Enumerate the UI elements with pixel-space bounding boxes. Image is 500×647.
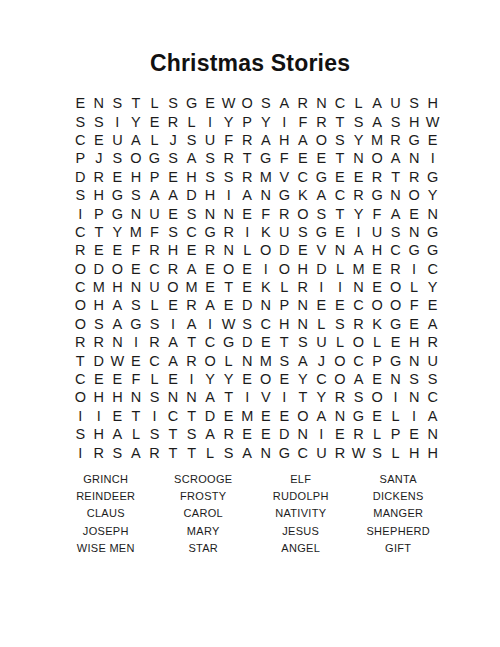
grid-cell-r8c20[interactable]: G (423, 223, 442, 241)
grid-cell-r10c12[interactable]: O (275, 260, 294, 278)
grid-cell-r7c20[interactable]: N (423, 204, 442, 222)
grid-cell-r16c15[interactable]: O (331, 370, 350, 388)
grid-cell-r17c3[interactable]: H (108, 388, 127, 406)
grid-cell-r3c19[interactable]: G (405, 131, 424, 149)
grid-cell-r12c11[interactable]: N (256, 296, 275, 314)
grid-cell-r15c1[interactable]: T (71, 351, 90, 369)
grid-cell-r2c7[interactable]: L (182, 112, 201, 130)
grid-cell-r19c1[interactable]: S (71, 425, 90, 443)
grid-cell-r3c10[interactable]: R (238, 131, 257, 149)
grid-cell-r4c8[interactable]: S (201, 149, 220, 167)
grid-cell-r4c15[interactable]: T (331, 149, 350, 167)
grid-cell-r5c16[interactable]: E (349, 168, 368, 186)
grid-cell-r7c4[interactable]: N (127, 204, 146, 222)
grid-cell-r13c7[interactable]: A (182, 315, 201, 333)
grid-cell-r17c11[interactable]: V (256, 388, 275, 406)
grid-cell-r8c19[interactable]: N (405, 223, 424, 241)
grid-cell-r19c20[interactable]: N (423, 425, 442, 443)
grid-cell-r1c13[interactable]: R (294, 94, 313, 112)
grid-cell-r4c14[interactable]: E (312, 149, 331, 167)
grid-cell-r12c3[interactable]: A (108, 296, 127, 314)
grid-cell-r19c3[interactable]: A (108, 425, 127, 443)
grid-cell-r19c13[interactable]: N (294, 425, 313, 443)
grid-cell-r16c10[interactable]: E (238, 370, 257, 388)
grid-cell-r17c1[interactable]: O (71, 388, 90, 406)
grid-cell-r4c7[interactable]: A (182, 149, 201, 167)
grid-cell-r20c10[interactable]: A (238, 443, 257, 461)
grid-cell-r18c11[interactable]: E (256, 407, 275, 425)
grid-cell-r5c20[interactable]: G (423, 168, 442, 186)
grid-cell-r14c20[interactable]: R (423, 333, 442, 351)
grid-cell-r7c14[interactable]: S (312, 204, 331, 222)
grid-cell-r13c8[interactable]: I (201, 315, 220, 333)
grid-cell-r18c12[interactable]: E (275, 407, 294, 425)
grid-cell-r14c17[interactable]: L (368, 333, 387, 351)
grid-cell-r4c13[interactable]: E (294, 149, 313, 167)
grid-cell-r12c2[interactable]: H (90, 296, 109, 314)
grid-cell-r2c6[interactable]: R (164, 112, 183, 130)
grid-cell-r12c5[interactable]: L (145, 296, 164, 314)
grid-cell-r11c2[interactable]: M (90, 278, 109, 296)
grid-cell-r3c18[interactable]: R (386, 131, 405, 149)
grid-cell-r1c15[interactable]: C (331, 94, 350, 112)
grid-cell-r19c9[interactable]: R (219, 425, 238, 443)
grid-cell-r2c17[interactable]: A (368, 112, 387, 130)
grid-cell-r13c4[interactable]: G (127, 315, 146, 333)
grid-cell-r3c1[interactable]: C (71, 131, 90, 149)
grid-cell-r15c15[interactable]: O (331, 351, 350, 369)
grid-cell-r15c6[interactable]: A (164, 351, 183, 369)
grid-cell-r9c18[interactable]: C (386, 241, 405, 259)
grid-cell-r4c20[interactable]: I (423, 149, 442, 167)
grid-cell-r16c19[interactable]: S (405, 370, 424, 388)
grid-cell-r19c4[interactable]: L (127, 425, 146, 443)
grid-cell-r16c4[interactable]: F (127, 370, 146, 388)
grid-cell-r13c10[interactable]: S (238, 315, 257, 333)
grid-cell-r15c10[interactable]: N (238, 351, 257, 369)
grid-cell-r7c6[interactable]: E (164, 204, 183, 222)
grid-cell-r10c6[interactable]: R (164, 260, 183, 278)
grid-cell-r19c5[interactable]: S (145, 425, 164, 443)
grid-cell-r3c13[interactable]: A (294, 131, 313, 149)
grid-cell-r11c11[interactable]: K (256, 278, 275, 296)
grid-cell-r18c16[interactable]: G (349, 407, 368, 425)
grid-cell-r20c16[interactable]: W (349, 443, 368, 461)
grid-cell-r16c14[interactable]: C (312, 370, 331, 388)
grid-cell-r5c17[interactable]: R (368, 168, 387, 186)
grid-cell-r2c20[interactable]: W (423, 112, 442, 130)
grid-cell-r6c14[interactable]: A (312, 186, 331, 204)
grid-cell-r9c17[interactable]: H (368, 241, 387, 259)
grid-cell-r11c15[interactable]: I (331, 278, 350, 296)
grid-cell-r3c5[interactable]: L (145, 131, 164, 149)
grid-cell-r10c10[interactable]: E (238, 260, 257, 278)
grid-cell-r11c6[interactable]: O (164, 278, 183, 296)
grid-cell-r1c2[interactable]: N (90, 94, 109, 112)
grid-cell-r11c19[interactable]: L (405, 278, 424, 296)
grid-cell-r13c14[interactable]: L (312, 315, 331, 333)
grid-cell-r18c13[interactable]: O (294, 407, 313, 425)
grid-cell-r13c20[interactable]: A (423, 315, 442, 333)
grid-cell-r17c6[interactable]: N (164, 388, 183, 406)
grid-cell-r15c19[interactable]: N (405, 351, 424, 369)
grid-cell-r14c12[interactable]: T (275, 333, 294, 351)
grid-cell-r1c9[interactable]: W (219, 94, 238, 112)
grid-cell-r5c3[interactable]: E (108, 168, 127, 186)
grid-cell-r6c11[interactable]: N (256, 186, 275, 204)
grid-cell-r8c14[interactable]: G (312, 223, 331, 241)
grid-cell-r19c2[interactable]: H (90, 425, 109, 443)
grid-cell-r14c15[interactable]: L (331, 333, 350, 351)
grid-cell-r15c12[interactable]: S (275, 351, 294, 369)
grid-cell-r12c8[interactable]: A (201, 296, 220, 314)
grid-cell-r2c11[interactable]: Y (256, 112, 275, 130)
grid-cell-r7c18[interactable]: A (386, 204, 405, 222)
grid-cell-r16c18[interactable]: N (386, 370, 405, 388)
grid-cell-r17c9[interactable]: T (219, 388, 238, 406)
grid-cell-r4c19[interactable]: N (405, 149, 424, 167)
grid-cell-r3c2[interactable]: E (90, 131, 109, 149)
grid-cell-r12c18[interactable]: O (386, 296, 405, 314)
grid-cell-r12c15[interactable]: E (331, 296, 350, 314)
grid-cell-r9c10[interactable]: L (238, 241, 257, 259)
grid-cell-r2c4[interactable]: Y (127, 112, 146, 130)
grid-cell-r18c5[interactable]: I (145, 407, 164, 425)
grid-cell-r6c2[interactable]: H (90, 186, 109, 204)
grid-cell-r9c20[interactable]: G (423, 241, 442, 259)
grid-cell-r20c4[interactable]: A (127, 443, 146, 461)
grid-cell-r11c13[interactable]: R (294, 278, 313, 296)
grid-cell-r20c17[interactable]: S (368, 443, 387, 461)
grid-cell-r7c16[interactable]: Y (349, 204, 368, 222)
grid-cell-r8c6[interactable]: S (164, 223, 183, 241)
grid-cell-r15c17[interactable]: P (368, 351, 387, 369)
grid-cell-r8c7[interactable]: C (182, 223, 201, 241)
grid-cell-r20c13[interactable]: C (294, 443, 313, 461)
grid-cell-r8c1[interactable]: C (71, 223, 90, 241)
grid-cell-r4c5[interactable]: G (145, 149, 164, 167)
grid-cell-r10c9[interactable]: O (219, 260, 238, 278)
grid-cell-r14c16[interactable]: O (349, 333, 368, 351)
grid-cell-r8c11[interactable]: K (256, 223, 275, 241)
grid-cell-r12c10[interactable]: D (238, 296, 257, 314)
grid-cell-r6c15[interactable]: C (331, 186, 350, 204)
grid-cell-r6c9[interactable]: I (219, 186, 238, 204)
grid-cell-r14c4[interactable]: I (127, 333, 146, 351)
grid-cell-r16c1[interactable]: C (71, 370, 90, 388)
grid-cell-r5c1[interactable]: D (71, 168, 90, 186)
grid-cell-r18c9[interactable]: E (219, 407, 238, 425)
grid-cell-r1c16[interactable]: L (349, 94, 368, 112)
grid-cell-r20c7[interactable]: T (182, 443, 201, 461)
grid-cell-r5c13[interactable]: C (294, 168, 313, 186)
grid-cell-r15c18[interactable]: G (386, 351, 405, 369)
grid-cell-r12c9[interactable]: E (219, 296, 238, 314)
grid-cell-r11c17[interactable]: E (368, 278, 387, 296)
grid-cell-r14c11[interactable]: E (256, 333, 275, 351)
grid-cell-r13c9[interactable]: W (219, 315, 238, 333)
grid-cell-r2c1[interactable]: S (71, 112, 90, 130)
grid-cell-r10c5[interactable]: C (145, 260, 164, 278)
grid-cell-r10c3[interactable]: O (108, 260, 127, 278)
grid-cell-r17c20[interactable]: C (423, 388, 442, 406)
grid-cell-r2c5[interactable]: E (145, 112, 164, 130)
grid-cell-r14c18[interactable]: E (386, 333, 405, 351)
grid-cell-r12c13[interactable]: N (294, 296, 313, 314)
grid-cell-r14c2[interactable]: R (90, 333, 109, 351)
grid-cell-r6c18[interactable]: N (386, 186, 405, 204)
grid-cell-r6c20[interactable]: Y (423, 186, 442, 204)
grid-cell-r9c9[interactable]: N (219, 241, 238, 259)
grid-cell-r15c20[interactable]: U (423, 351, 442, 369)
grid-cell-r10c1[interactable]: O (71, 260, 90, 278)
grid-cell-r18c1[interactable]: I (71, 407, 90, 425)
grid-cell-r5c14[interactable]: G (312, 168, 331, 186)
grid-cell-r12c4[interactable]: S (127, 296, 146, 314)
grid-cell-r13c1[interactable]: O (71, 315, 90, 333)
grid-cell-r2c16[interactable]: S (349, 112, 368, 130)
grid-cell-r18c3[interactable]: E (108, 407, 127, 425)
grid-cell-r15c16[interactable]: C (349, 351, 368, 369)
grid-cell-r7c9[interactable]: N (219, 204, 238, 222)
grid-cell-r1c14[interactable]: N (312, 94, 331, 112)
grid-cell-r15c7[interactable]: R (182, 351, 201, 369)
grid-cell-r8c2[interactable]: T (90, 223, 109, 241)
grid-cell-r6c13[interactable]: K (294, 186, 313, 204)
grid-cell-r7c19[interactable]: E (405, 204, 424, 222)
grid-cell-r20c1[interactable]: I (71, 443, 90, 461)
grid-cell-r13c12[interactable]: H (275, 315, 294, 333)
grid-cell-r12c1[interactable]: O (71, 296, 90, 314)
grid-cell-r1c1[interactable]: E (71, 94, 90, 112)
grid-cell-r10c19[interactable]: I (405, 260, 424, 278)
grid-cell-r4c1[interactable]: P (71, 149, 90, 167)
grid-cell-r2c13[interactable]: F (294, 112, 313, 130)
grid-cell-r17c7[interactable]: N (182, 388, 201, 406)
grid-cell-r14c6[interactable]: A (164, 333, 183, 351)
grid-cell-r17c2[interactable]: H (90, 388, 109, 406)
grid-cell-r10c4[interactable]: E (127, 260, 146, 278)
grid-cell-r2c15[interactable]: T (331, 112, 350, 130)
grid-cell-r3c15[interactable]: S (331, 131, 350, 149)
grid-cell-r10c11[interactable]: I (256, 260, 275, 278)
grid-cell-r16c6[interactable]: E (164, 370, 183, 388)
grid-cell-r12c12[interactable]: P (275, 296, 294, 314)
grid-cell-r11c8[interactable]: E (201, 278, 220, 296)
grid-cell-r1c4[interactable]: T (127, 94, 146, 112)
grid-cell-r20c12[interactable]: G (275, 443, 294, 461)
grid-cell-r20c6[interactable]: T (164, 443, 183, 461)
grid-cell-r13c11[interactable]: C (256, 315, 275, 333)
grid-cell-r8c16[interactable]: I (349, 223, 368, 241)
grid-cell-r15c9[interactable]: L (219, 351, 238, 369)
grid-cell-r10c13[interactable]: H (294, 260, 313, 278)
grid-cell-r1c17[interactable]: A (368, 94, 387, 112)
grid-cell-r1c20[interactable]: H (423, 94, 442, 112)
grid-cell-r5c18[interactable]: T (386, 168, 405, 186)
grid-cell-r14c13[interactable]: S (294, 333, 313, 351)
grid-cell-r19c14[interactable]: I (312, 425, 331, 443)
grid-cell-r5c6[interactable]: E (164, 168, 183, 186)
grid-cell-r9c19[interactable]: G (405, 241, 424, 259)
grid-cell-r5c7[interactable]: H (182, 168, 201, 186)
grid-cell-r3c9[interactable]: F (219, 131, 238, 149)
grid-cell-r13c5[interactable]: S (145, 315, 164, 333)
grid-cell-r9c11[interactable]: O (256, 241, 275, 259)
grid-cell-r15c14[interactable]: J (312, 351, 331, 369)
grid-cell-r9c2[interactable]: E (90, 241, 109, 259)
grid-cell-r19c19[interactable]: E (405, 425, 424, 443)
grid-cell-r9c13[interactable]: E (294, 241, 313, 259)
grid-cell-r1c10[interactable]: O (238, 94, 257, 112)
grid-cell-r16c17[interactable]: E (368, 370, 387, 388)
grid-cell-r19c15[interactable]: E (331, 425, 350, 443)
grid-cell-r14c14[interactable]: U (312, 333, 331, 351)
grid-cell-r3c8[interactable]: U (201, 131, 220, 149)
grid-cell-r15c5[interactable]: C (145, 351, 164, 369)
grid-cell-r4c3[interactable]: S (108, 149, 127, 167)
grid-cell-r6c3[interactable]: G (108, 186, 127, 204)
grid-cell-r8c9[interactable]: R (219, 223, 238, 241)
grid-cell-r19c11[interactable]: E (256, 425, 275, 443)
grid-cell-r17c19[interactable]: N (405, 388, 424, 406)
grid-cell-r6c1[interactable]: S (71, 186, 90, 204)
grid-cell-r8c18[interactable]: S (386, 223, 405, 241)
grid-cell-r15c13[interactable]: A (294, 351, 313, 369)
grid-cell-r10c2[interactable]: D (90, 260, 109, 278)
grid-cell-r16c5[interactable]: L (145, 370, 164, 388)
grid-cell-r7c3[interactable]: G (108, 204, 127, 222)
grid-cell-r19c10[interactable]: E (238, 425, 257, 443)
grid-cell-r9c6[interactable]: H (164, 241, 183, 259)
grid-cell-r10c14[interactable]: D (312, 260, 331, 278)
grid-cell-r3c17[interactable]: M (368, 131, 387, 149)
grid-cell-r11c3[interactable]: H (108, 278, 127, 296)
grid-cell-r18c18[interactable]: L (386, 407, 405, 425)
grid-cell-r2c18[interactable]: S (386, 112, 405, 130)
grid-cell-r10c16[interactable]: M (349, 260, 368, 278)
grid-cell-r1c19[interactable]: S (405, 94, 424, 112)
grid-cell-r20c9[interactable]: S (219, 443, 238, 461)
grid-cell-r10c17[interactable]: E (368, 260, 387, 278)
grid-cell-r7c12[interactable]: R (275, 204, 294, 222)
grid-cell-r5c11[interactable]: M (256, 168, 275, 186)
grid-cell-r14c5[interactable]: R (145, 333, 164, 351)
grid-cell-r5c15[interactable]: E (331, 168, 350, 186)
grid-cell-r4c6[interactable]: S (164, 149, 183, 167)
grid-cell-r16c13[interactable]: Y (294, 370, 313, 388)
grid-cell-r9c15[interactable]: N (331, 241, 350, 259)
grid-cell-r11c16[interactable]: N (349, 278, 368, 296)
grid-cell-r19c16[interactable]: R (349, 425, 368, 443)
grid-cell-r2c10[interactable]: P (238, 112, 257, 130)
grid-cell-r7c2[interactable]: P (90, 204, 109, 222)
grid-cell-r3c6[interactable]: J (164, 131, 183, 149)
grid-cell-r8c13[interactable]: S (294, 223, 313, 241)
grid-cell-r11c7[interactable]: M (182, 278, 201, 296)
grid-cell-r5c12[interactable]: V (275, 168, 294, 186)
grid-cell-r12c7[interactable]: R (182, 296, 201, 314)
grid-cell-r12c19[interactable]: F (405, 296, 424, 314)
grid-cell-r11c12[interactable]: L (275, 278, 294, 296)
grid-cell-r3c12[interactable]: H (275, 131, 294, 149)
grid-cell-r4c16[interactable]: N (349, 149, 368, 167)
grid-cell-r6c17[interactable]: G (368, 186, 387, 204)
grid-cell-r8c15[interactable]: E (331, 223, 350, 241)
grid-cell-r3c20[interactable]: E (423, 131, 442, 149)
grid-cell-r20c14[interactable]: U (312, 443, 331, 461)
grid-cell-r16c7[interactable]: I (182, 370, 201, 388)
grid-cell-r16c3[interactable]: E (108, 370, 127, 388)
grid-cell-r14c8[interactable]: C (201, 333, 220, 351)
grid-cell-r7c13[interactable]: O (294, 204, 313, 222)
grid-cell-r13c15[interactable]: S (331, 315, 350, 333)
grid-cell-r13c17[interactable]: K (368, 315, 387, 333)
grid-cell-r4c11[interactable]: G (256, 149, 275, 167)
grid-cell-r11c5[interactable]: U (145, 278, 164, 296)
grid-cell-r5c2[interactable]: R (90, 168, 109, 186)
grid-cell-r15c11[interactable]: M (256, 351, 275, 369)
grid-cell-r2c14[interactable]: R (312, 112, 331, 130)
grid-cell-r2c3[interactable]: I (108, 112, 127, 130)
grid-cell-r3c4[interactable]: A (127, 131, 146, 149)
grid-cell-r6c4[interactable]: S (127, 186, 146, 204)
grid-cell-r10c18[interactable]: R (386, 260, 405, 278)
grid-cell-r8c8[interactable]: G (201, 223, 220, 241)
grid-cell-r18c10[interactable]: M (238, 407, 257, 425)
grid-cell-r19c6[interactable]: T (164, 425, 183, 443)
grid-cell-r11c9[interactable]: T (219, 278, 238, 296)
grid-cell-r5c10[interactable]: R (238, 168, 257, 186)
grid-cell-r19c7[interactable]: S (182, 425, 201, 443)
grid-cell-r7c17[interactable]: F (368, 204, 387, 222)
grid-cell-r3c11[interactable]: A (256, 131, 275, 149)
grid-cell-r20c5[interactable]: R (145, 443, 164, 461)
grid-cell-r3c7[interactable]: S (182, 131, 201, 149)
grid-cell-r17c5[interactable]: S (145, 388, 164, 406)
grid-cell-r19c8[interactable]: A (201, 425, 220, 443)
grid-cell-r6c16[interactable]: R (349, 186, 368, 204)
grid-cell-r5c19[interactable]: R (405, 168, 424, 186)
grid-cell-r16c20[interactable]: S (423, 370, 442, 388)
grid-cell-r11c18[interactable]: O (386, 278, 405, 296)
grid-cell-r14c7[interactable]: T (182, 333, 201, 351)
grid-cell-r17c18[interactable]: I (386, 388, 405, 406)
grid-cell-r19c18[interactable]: P (386, 425, 405, 443)
grid-cell-r9c4[interactable]: F (127, 241, 146, 259)
grid-cell-r9c5[interactable]: R (145, 241, 164, 259)
grid-cell-r12c6[interactable]: E (164, 296, 183, 314)
grid-cell-r4c2[interactable]: J (90, 149, 109, 167)
grid-cell-r10c8[interactable]: E (201, 260, 220, 278)
grid-cell-r9c1[interactable]: R (71, 241, 90, 259)
grid-cell-r17c16[interactable]: S (349, 388, 368, 406)
grid-cell-r17c17[interactable]: O (368, 388, 387, 406)
grid-cell-r16c8[interactable]: Y (201, 370, 220, 388)
grid-cell-r12c16[interactable]: C (349, 296, 368, 314)
grid-cell-r20c11[interactable]: N (256, 443, 275, 461)
grid-cell-r19c12[interactable]: D (275, 425, 294, 443)
grid-cell-r12c14[interactable]: E (312, 296, 331, 314)
grid-cell-r5c9[interactable]: S (219, 168, 238, 186)
grid-cell-r20c15[interactable]: R (331, 443, 350, 461)
grid-cell-r1c11[interactable]: S (256, 94, 275, 112)
grid-cell-r18c20[interactable]: A (423, 407, 442, 425)
grid-cell-r8c4[interactable]: M (127, 223, 146, 241)
grid-cell-r7c11[interactable]: F (256, 204, 275, 222)
grid-cell-r7c1[interactable]: I (71, 204, 90, 222)
grid-cell-r14c9[interactable]: G (219, 333, 238, 351)
